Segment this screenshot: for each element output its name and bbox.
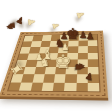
piece-black-king[interactable]: ♚	[66, 27, 79, 42]
piece-white-knight[interactable]: ♞	[40, 57, 50, 68]
square-h4[interactable]	[88, 59, 99, 66]
square-g1[interactable]	[76, 82, 88, 91]
piece-white-pawn-fallen[interactable]: ♟	[26, 17, 36, 27]
square-h1[interactable]	[88, 83, 100, 92]
square-f1[interactable]	[64, 82, 76, 91]
chess-photo-scene: ♚♟♟♟♞♟♝♟♞♚♞♟♞♟♟♟♟♜	[0, 0, 112, 112]
piece-white-king[interactable]: ♚	[54, 52, 71, 71]
square-e2[interactable]	[54, 74, 66, 82]
square-f2[interactable]	[65, 74, 77, 82]
piece-black-pawn[interactable]: ♟	[86, 32, 94, 41]
piece-black-knight[interactable]: ♞	[73, 61, 87, 74]
square-e1[interactable]	[53, 82, 65, 91]
